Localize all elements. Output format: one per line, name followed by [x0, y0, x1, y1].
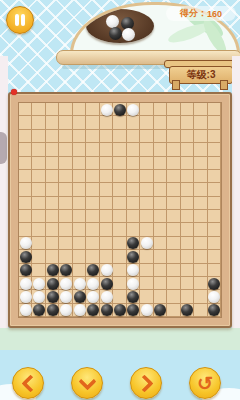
stone-black[interactable] [47, 304, 59, 316]
stone-white[interactable] [127, 104, 139, 116]
left-column [0, 56, 8, 348]
stone-white[interactable] [127, 264, 139, 276]
stone-black[interactable] [101, 304, 113, 316]
stone-black[interactable] [127, 237, 139, 249]
bowl-stone-white [122, 28, 135, 41]
stone-white[interactable] [33, 291, 45, 303]
stone-black[interactable] [33, 304, 45, 316]
stone-black[interactable] [127, 304, 139, 316]
right-column [232, 56, 240, 348]
stone-white[interactable] [87, 278, 99, 290]
stone-black[interactable] [127, 291, 139, 303]
stone-white[interactable] [20, 237, 32, 249]
game-board[interactable] [8, 92, 232, 328]
score-label: 得分： [180, 7, 207, 20]
stone-white[interactable] [20, 278, 32, 290]
stone-black[interactable] [74, 291, 86, 303]
score-value: 160 [207, 9, 222, 19]
stone-black[interactable] [101, 278, 113, 290]
game-screen: 得分： 160 等级:3 ↺ [0, 0, 240, 400]
stone-black[interactable] [47, 291, 59, 303]
stone-white[interactable] [20, 304, 32, 316]
bowl-stone-black [109, 27, 122, 40]
stone-black[interactable] [20, 264, 32, 276]
stone-white[interactable] [87, 291, 99, 303]
bowl-stone-white [106, 15, 119, 28]
stone-black[interactable] [208, 278, 220, 290]
stone-black[interactable] [114, 304, 126, 316]
stone-white[interactable] [127, 278, 139, 290]
stone-black[interactable] [181, 304, 193, 316]
stone-white[interactable] [101, 104, 113, 116]
stone-white[interactable] [141, 237, 153, 249]
stone-black[interactable] [60, 264, 72, 276]
chevron-down-icon [78, 372, 96, 390]
stone-white[interactable] [60, 304, 72, 316]
stone-white[interactable] [60, 278, 72, 290]
side-decoration [0, 132, 7, 164]
undo-button[interactable]: ↺ [189, 367, 221, 399]
stone-white[interactable] [101, 291, 113, 303]
level-plaque: 等级:3 [164, 60, 236, 90]
stone-white[interactable] [101, 264, 113, 276]
stone-black[interactable] [87, 264, 99, 276]
chevron-left-icon [21, 374, 39, 392]
pause-icon [15, 14, 19, 26]
stone-black[interactable] [87, 304, 99, 316]
plaque-leg [172, 80, 180, 90]
stone-white[interactable] [20, 291, 32, 303]
stone-black[interactable] [20, 251, 32, 263]
stone-white[interactable] [74, 304, 86, 316]
control-bar: ↺ [0, 367, 240, 397]
stone-black[interactable] [127, 251, 139, 263]
stone-black[interactable] [208, 304, 220, 316]
garden-band [0, 328, 240, 350]
stone-black[interactable] [114, 104, 126, 116]
stone-white[interactable] [208, 291, 220, 303]
board-grid[interactable] [18, 102, 222, 318]
stone-black[interactable] [47, 264, 59, 276]
pause-icon [21, 14, 25, 26]
move-down-button[interactable] [71, 367, 103, 399]
stone-black[interactable] [47, 278, 59, 290]
move-right-button[interactable] [130, 367, 162, 399]
plaque-leg [220, 80, 228, 90]
undo-icon: ↺ [197, 374, 213, 393]
score-badge: 得分： 160 [166, 6, 236, 21]
stone-white[interactable] [33, 278, 45, 290]
pause-button[interactable] [6, 6, 34, 34]
corner-marker-dot [11, 89, 17, 95]
stone-white[interactable] [141, 304, 153, 316]
move-left-button[interactable] [12, 367, 44, 399]
stone-white[interactable] [74, 278, 86, 290]
stone-black[interactable] [154, 304, 166, 316]
chevron-right-icon [135, 374, 153, 392]
stone-white[interactable] [60, 291, 72, 303]
